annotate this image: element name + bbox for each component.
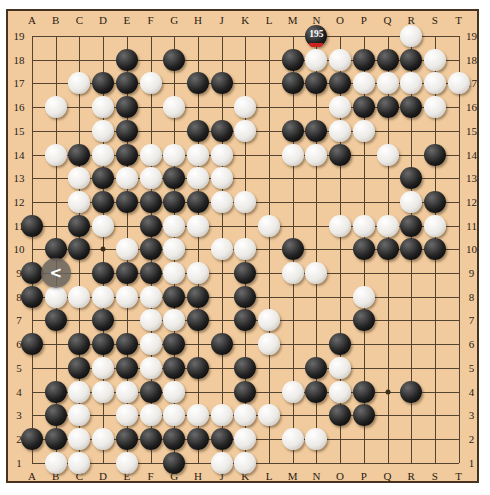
black-stone-P7 — [353, 309, 375, 331]
black-stone-E2 — [116, 428, 138, 450]
white-stone-D8 — [92, 286, 114, 308]
black-stone-J17 — [211, 72, 233, 94]
column-label-bottom: F — [147, 470, 153, 482]
black-stone-P18 — [353, 49, 375, 71]
row-label-left: 14 — [14, 149, 25, 161]
white-stone-C1 — [68, 452, 90, 474]
white-stone-J10 — [211, 238, 233, 260]
black-stone-F10 — [140, 238, 162, 260]
black-stone-K8 — [234, 286, 256, 308]
black-stone-E14 — [116, 144, 138, 166]
column-label-top: K — [241, 14, 249, 26]
black-stone-H12 — [187, 191, 209, 213]
white-stone-K15 — [234, 120, 256, 142]
black-stone-C10 — [68, 238, 90, 260]
white-stone-E4 — [116, 381, 138, 403]
white-stone-G16 — [163, 96, 185, 118]
column-label-top: T — [455, 14, 462, 26]
white-stone-G10 — [163, 238, 185, 260]
white-stone-E1 — [116, 452, 138, 474]
row-label-right: 6 — [469, 338, 475, 350]
black-stone-D9 — [92, 262, 114, 284]
black-stone-S10 — [424, 238, 446, 260]
white-stone-C2 — [68, 428, 90, 450]
row-label-left: 13 — [14, 172, 25, 184]
white-stone-K1 — [234, 452, 256, 474]
white-stone-F14 — [140, 144, 162, 166]
black-stone-R18 — [400, 49, 422, 71]
white-stone-Q17 — [377, 72, 399, 94]
black-stone-F4 — [140, 381, 162, 403]
row-label-right: 1 — [469, 457, 475, 469]
black-stone-B10 — [45, 238, 67, 260]
black-stone-H8 — [187, 286, 209, 308]
black-stone-G6 — [163, 333, 185, 355]
black-stone-E16 — [116, 96, 138, 118]
row-label-left: 10 — [14, 243, 25, 255]
black-stone-A8 — [21, 286, 43, 308]
row-label-right: 12 — [466, 196, 477, 208]
black-stone-B7 — [45, 309, 67, 331]
column-label-bottom: S — [432, 470, 438, 482]
column-label-top: O — [336, 14, 344, 26]
last-move-number: 195 — [309, 30, 323, 39]
white-stone-K2 — [234, 428, 256, 450]
row-label-right: 19 — [466, 30, 477, 42]
white-stone-L7 — [258, 309, 280, 331]
row-label-right: 13 — [466, 172, 477, 184]
black-stone-M17 — [282, 72, 304, 94]
black-stone-E5 — [116, 357, 138, 379]
black-stone-P16 — [353, 96, 375, 118]
black-stone-B4 — [45, 381, 67, 403]
white-stone-R17 — [400, 72, 422, 94]
black-stone-R11 — [400, 215, 422, 237]
white-stone-C12 — [68, 191, 90, 213]
black-stone-O17 — [329, 72, 351, 94]
go-viewer-page: AABBCCDDEEFFGGHHJJKKLLMMNNOOPPQQRRSSTT19… — [0, 0, 490, 495]
row-label-right: 15 — [466, 125, 477, 137]
white-stone-D15 — [92, 120, 114, 142]
black-stone-K7 — [234, 309, 256, 331]
black-stone-M15 — [282, 120, 304, 142]
last-move-underline — [309, 43, 323, 47]
white-stone-J1 — [211, 452, 233, 474]
white-stone-E10 — [116, 238, 138, 260]
white-stone-E13 — [116, 167, 138, 189]
white-stone-B1 — [45, 452, 67, 474]
white-stone-M4 — [282, 381, 304, 403]
row-label-right: 4 — [469, 386, 475, 398]
black-stone-F12 — [140, 191, 162, 213]
black-stone-O3 — [329, 404, 351, 426]
column-label-bottom: A — [28, 470, 36, 482]
grid-line-vertical — [459, 36, 460, 463]
white-stone-O11 — [329, 215, 351, 237]
column-label-top: E — [123, 14, 130, 26]
row-label-left: 17 — [14, 77, 25, 89]
black-stone-E15 — [116, 120, 138, 142]
row-label-left: 5 — [16, 362, 22, 374]
white-stone-O18 — [329, 49, 351, 71]
column-label-top: G — [170, 14, 178, 26]
black-stone-S14 — [424, 144, 446, 166]
star-point — [385, 389, 390, 394]
white-stone-F13 — [140, 167, 162, 189]
column-label-bottom: L — [266, 470, 273, 482]
column-label-top: S — [432, 14, 438, 26]
white-stone-G11 — [163, 215, 185, 237]
black-stone-D17 — [92, 72, 114, 94]
white-stone-O5 — [329, 357, 351, 379]
white-stone-L3 — [258, 404, 280, 426]
black-stone-N17 — [305, 72, 327, 94]
black-stone-E12 — [116, 191, 138, 213]
black-stone-G13 — [163, 167, 185, 189]
black-stone-M18 — [282, 49, 304, 71]
white-stone-B8 — [45, 286, 67, 308]
white-stone-D14 — [92, 144, 114, 166]
white-stone-S17 — [424, 72, 446, 94]
column-label-bottom: N — [312, 470, 320, 482]
white-stone-D11 — [92, 215, 114, 237]
black-stone-K9 — [234, 262, 256, 284]
white-stone-O16 — [329, 96, 351, 118]
column-label-top: M — [288, 14, 298, 26]
black-stone-O6 — [329, 333, 351, 355]
black-stone-H2 — [187, 428, 209, 450]
black-stone-R4 — [400, 381, 422, 403]
black-stone-N4 — [305, 381, 327, 403]
white-stone-F17 — [140, 72, 162, 94]
column-label-top: C — [76, 14, 83, 26]
black-stone-D6 — [92, 333, 114, 355]
white-stone-D4 — [92, 381, 114, 403]
black-stone-P3 — [353, 404, 375, 426]
column-label-bottom: H — [194, 470, 202, 482]
white-stone-H9 — [187, 262, 209, 284]
black-stone-E9 — [116, 262, 138, 284]
black-stone-H7 — [187, 309, 209, 331]
white-stone-N2 — [305, 428, 327, 450]
white-stone-R12 — [400, 191, 422, 213]
white-stone-N14 — [305, 144, 327, 166]
white-stone-K12 — [234, 191, 256, 213]
black-stone-H5 — [187, 357, 209, 379]
black-stone-S12 — [424, 191, 446, 213]
white-stone-O4 — [329, 381, 351, 403]
white-stone-M9 — [282, 262, 304, 284]
column-label-bottom: M — [288, 470, 298, 482]
black-stone-R13 — [400, 167, 422, 189]
white-stone-R19 — [400, 25, 422, 47]
black-stone-A6 — [21, 333, 43, 355]
white-stone-D16 — [92, 96, 114, 118]
black-stone-C14 — [68, 144, 90, 166]
white-stone-G3 — [163, 404, 185, 426]
black-stone-E17 — [116, 72, 138, 94]
column-label-top: D — [99, 14, 107, 26]
white-stone-T17 — [448, 72, 470, 94]
row-label-left: 12 — [14, 196, 25, 208]
white-stone-Q14 — [377, 144, 399, 166]
black-stone-G8 — [163, 286, 185, 308]
black-stone-A2 — [21, 428, 43, 450]
star-point — [101, 247, 106, 252]
black-stone-D13 — [92, 167, 114, 189]
black-stone-O14 — [329, 144, 351, 166]
row-label-left: 16 — [14, 101, 25, 113]
white-stone-L6 — [258, 333, 280, 355]
column-label-bottom: O — [336, 470, 344, 482]
last-move-marker: 195 — [305, 25, 327, 47]
column-label-bottom: R — [408, 470, 415, 482]
column-label-bottom: T — [455, 470, 462, 482]
white-stone-Q11 — [377, 215, 399, 237]
black-stone-Q16 — [377, 96, 399, 118]
black-stone-P10 — [353, 238, 375, 260]
white-stone-J14 — [211, 144, 233, 166]
column-label-top: A — [28, 14, 36, 26]
row-label-left: 15 — [14, 125, 25, 137]
white-stone-F6 — [140, 333, 162, 355]
white-stone-H13 — [187, 167, 209, 189]
row-label-right: 14 — [466, 149, 477, 161]
row-label-left: 18 — [14, 54, 25, 66]
black-stone-R16 — [400, 96, 422, 118]
black-stone-B3 — [45, 404, 67, 426]
white-stone-G4 — [163, 381, 185, 403]
row-label-right: 9 — [469, 267, 475, 279]
white-stone-N9 — [305, 262, 327, 284]
black-stone-F9 — [140, 262, 162, 284]
column-label-bottom: D — [99, 470, 107, 482]
column-label-top: B — [52, 14, 59, 26]
black-stone-H15 — [187, 120, 209, 142]
white-stone-P8 — [353, 286, 375, 308]
black-stone-B2 — [45, 428, 67, 450]
white-stone-M2 — [282, 428, 304, 450]
white-stone-G14 — [163, 144, 185, 166]
white-stone-M14 — [282, 144, 304, 166]
column-label-bottom: Q — [384, 470, 392, 482]
black-stone-E18 — [116, 49, 138, 71]
black-stone-N5 — [305, 357, 327, 379]
column-label-top: F — [147, 14, 153, 26]
black-stone-C5 — [68, 357, 90, 379]
white-stone-H3 — [187, 404, 209, 426]
black-stone-G1 — [163, 452, 185, 474]
black-stone-A9 — [21, 262, 43, 284]
row-label-right: 10 — [466, 243, 477, 255]
black-stone-D7 — [92, 309, 114, 331]
black-stone-P4 — [353, 381, 375, 403]
white-stone-H11 — [187, 215, 209, 237]
white-stone-F5 — [140, 357, 162, 379]
black-stone-J6 — [211, 333, 233, 355]
black-stone-G18 — [163, 49, 185, 71]
white-stone-N18 — [305, 49, 327, 71]
white-stone-L11 — [258, 215, 280, 237]
white-stone-C13 — [68, 167, 90, 189]
black-stone-J2 — [211, 428, 233, 450]
row-label-left: 7 — [16, 314, 22, 326]
white-stone-P11 — [353, 215, 375, 237]
black-stone-G5 — [163, 357, 185, 379]
black-stone-F2 — [140, 428, 162, 450]
white-stone-H14 — [187, 144, 209, 166]
white-stone-B14 — [45, 144, 67, 166]
black-stone-D12 — [92, 191, 114, 213]
white-stone-E3 — [116, 404, 138, 426]
column-label-top: Q — [384, 14, 392, 26]
white-stone-G9 — [163, 262, 185, 284]
row-label-right: 16 — [466, 101, 477, 113]
white-stone-O15 — [329, 120, 351, 142]
black-stone-H17 — [187, 72, 209, 94]
black-stone-M10 — [282, 238, 304, 260]
white-stone-S18 — [424, 49, 446, 71]
black-stone-R10 — [400, 238, 422, 260]
white-stone-J3 — [211, 404, 233, 426]
row-label-right: 11 — [466, 220, 477, 232]
white-stone-G7 — [163, 309, 185, 331]
row-label-left: 1 — [16, 457, 22, 469]
white-stone-K3 — [234, 404, 256, 426]
white-stone-J12 — [211, 191, 233, 213]
row-label-right: 8 — [469, 291, 475, 303]
white-stone-E8 — [116, 286, 138, 308]
row-label-right: 5 — [469, 362, 475, 374]
column-label-top: J — [219, 14, 223, 26]
white-stone-K10 — [234, 238, 256, 260]
go-board: AABBCCDDEEFFGGHHJJKKLLMMNNOOPPQQRRSSTT19… — [6, 9, 479, 483]
white-stone-F8 — [140, 286, 162, 308]
black-stone-E6 — [116, 333, 138, 355]
black-stone-K5 — [234, 357, 256, 379]
row-label-left: 4 — [16, 386, 22, 398]
white-stone-C3 — [68, 404, 90, 426]
row-label-right: 18 — [466, 54, 477, 66]
white-stone-S11 — [424, 215, 446, 237]
black-stone-N15 — [305, 120, 327, 142]
white-stone-D2 — [92, 428, 114, 450]
white-stone-F7 — [140, 309, 162, 331]
black-stone-K4 — [234, 381, 256, 403]
black-stone-F11 — [140, 215, 162, 237]
column-label-bottom: P — [361, 470, 367, 482]
column-label-top: P — [361, 14, 367, 26]
white-stone-F3 — [140, 404, 162, 426]
black-stone-C11 — [68, 215, 90, 237]
grid-line-vertical — [269, 36, 270, 463]
black-stone-Q18 — [377, 49, 399, 71]
black-stone-G2 — [163, 428, 185, 450]
white-stone-C8 — [68, 286, 90, 308]
row-label-left: 3 — [16, 409, 22, 421]
row-label-right: 7 — [469, 314, 475, 326]
white-stone-C17 — [68, 72, 90, 94]
white-stone-J13 — [211, 167, 233, 189]
row-label-left: 19 — [14, 30, 25, 42]
previous-move-button[interactable]: < — [41, 258, 71, 288]
black-stone-J15 — [211, 120, 233, 142]
row-label-right: 3 — [469, 409, 475, 421]
chevron-left-icon: < — [49, 264, 62, 282]
white-stone-B16 — [45, 96, 67, 118]
white-stone-K16 — [234, 96, 256, 118]
column-label-top: L — [266, 14, 273, 26]
white-stone-P17 — [353, 72, 375, 94]
black-stone-Q10 — [377, 238, 399, 260]
black-stone-G12 — [163, 191, 185, 213]
row-label-right: 2 — [469, 433, 475, 445]
column-label-top: H — [194, 14, 202, 26]
white-stone-D5 — [92, 357, 114, 379]
white-stone-P15 — [353, 120, 375, 142]
white-stone-C4 — [68, 381, 90, 403]
black-stone-C6 — [68, 333, 90, 355]
black-stone-A11 — [21, 215, 43, 237]
white-stone-S16 — [424, 96, 446, 118]
